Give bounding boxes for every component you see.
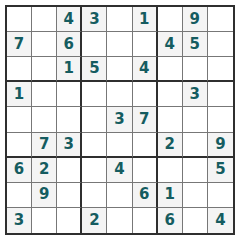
cell-r8c5[interactable] — [107, 183, 132, 208]
cell-r4c6[interactable] — [133, 82, 158, 107]
cell-r1c3[interactable]: 4 — [57, 7, 82, 32]
cell-r2c5[interactable] — [107, 32, 132, 57]
cell-r1c1[interactable] — [7, 7, 32, 32]
cell-r4c9[interactable] — [208, 82, 233, 107]
cell-r5c8[interactable] — [183, 107, 208, 132]
sudoku-page: 431976451541337732962459613264 — [0, 0, 240, 240]
cell-r4c2[interactable] — [32, 82, 57, 107]
cell-r6c4[interactable] — [82, 133, 107, 158]
cell-r6c7[interactable]: 2 — [158, 133, 183, 158]
cell-r9c9[interactable]: 4 — [208, 208, 233, 233]
cell-r7c5[interactable]: 4 — [107, 158, 132, 183]
cell-r2c3[interactable]: 6 — [57, 32, 82, 57]
cell-r7c8[interactable] — [183, 158, 208, 183]
cell-r4c8[interactable]: 3 — [183, 82, 208, 107]
cell-r6c8[interactable] — [183, 133, 208, 158]
cell-r5c6[interactable]: 7 — [133, 107, 158, 132]
cell-r8c2[interactable]: 9 — [32, 183, 57, 208]
cell-r4c5[interactable] — [107, 82, 132, 107]
cell-r4c4[interactable] — [82, 82, 107, 107]
cell-r8c3[interactable] — [57, 183, 82, 208]
cell-r1c4[interactable]: 3 — [82, 7, 107, 32]
cell-r2c9[interactable] — [208, 32, 233, 57]
cell-r7c9[interactable]: 5 — [208, 158, 233, 183]
cell-r7c6[interactable] — [133, 158, 158, 183]
cell-r6c1[interactable] — [7, 133, 32, 158]
cell-r4c3[interactable] — [57, 82, 82, 107]
cell-r5c3[interactable] — [57, 107, 82, 132]
cell-r2c1[interactable]: 7 — [7, 32, 32, 57]
cell-r3c8[interactable] — [183, 57, 208, 82]
cell-r4c1[interactable]: 1 — [7, 82, 32, 107]
cell-r6c3[interactable]: 3 — [57, 133, 82, 158]
cell-r5c4[interactable] — [82, 107, 107, 132]
cell-r9c1[interactable]: 3 — [7, 208, 32, 233]
cell-r6c2[interactable]: 7 — [32, 133, 57, 158]
sudoku-board: 431976451541337732962459613264 — [5, 5, 235, 235]
cell-r5c2[interactable] — [32, 107, 57, 132]
cell-r8c4[interactable] — [82, 183, 107, 208]
cell-r5c5[interactable]: 3 — [107, 107, 132, 132]
cell-r8c9[interactable] — [208, 183, 233, 208]
cell-r9c4[interactable]: 2 — [82, 208, 107, 233]
cell-r7c3[interactable] — [57, 158, 82, 183]
cell-r3c2[interactable] — [32, 57, 57, 82]
cell-r9c2[interactable] — [32, 208, 57, 233]
cell-r1c6[interactable]: 1 — [133, 7, 158, 32]
cell-r9c7[interactable]: 6 — [158, 208, 183, 233]
cell-r1c9[interactable] — [208, 7, 233, 32]
cell-r9c3[interactable] — [57, 208, 82, 233]
cell-r7c4[interactable] — [82, 158, 107, 183]
cell-r3c9[interactable] — [208, 57, 233, 82]
cell-r8c1[interactable] — [7, 183, 32, 208]
cell-r9c5[interactable] — [107, 208, 132, 233]
cell-r9c6[interactable] — [133, 208, 158, 233]
cell-r2c4[interactable] — [82, 32, 107, 57]
cell-r4c7[interactable] — [158, 82, 183, 107]
cell-r7c1[interactable]: 6 — [7, 158, 32, 183]
cell-r1c7[interactable] — [158, 7, 183, 32]
cell-r3c6[interactable]: 4 — [133, 57, 158, 82]
cell-r7c7[interactable] — [158, 158, 183, 183]
cell-r5c9[interactable] — [208, 107, 233, 132]
cell-r2c2[interactable] — [32, 32, 57, 57]
cell-r2c7[interactable]: 4 — [158, 32, 183, 57]
cell-r2c8[interactable]: 5 — [183, 32, 208, 57]
cell-r8c8[interactable] — [183, 183, 208, 208]
cell-r1c8[interactable]: 9 — [183, 7, 208, 32]
cell-r9c8[interactable] — [183, 208, 208, 233]
cell-r3c1[interactable] — [7, 57, 32, 82]
cell-r6c9[interactable]: 9 — [208, 133, 233, 158]
cell-r3c5[interactable] — [107, 57, 132, 82]
cell-r2c6[interactable] — [133, 32, 158, 57]
cell-r6c6[interactable] — [133, 133, 158, 158]
cell-r1c5[interactable] — [107, 7, 132, 32]
cell-r1c2[interactable] — [32, 7, 57, 32]
cell-r5c1[interactable] — [7, 107, 32, 132]
cell-r8c6[interactable]: 6 — [133, 183, 158, 208]
cell-r8c7[interactable]: 1 — [158, 183, 183, 208]
cell-r7c2[interactable]: 2 — [32, 158, 57, 183]
cell-r6c5[interactable] — [107, 133, 132, 158]
cell-r3c4[interactable]: 5 — [82, 57, 107, 82]
cell-r3c7[interactable] — [158, 57, 183, 82]
cell-r3c3[interactable]: 1 — [57, 57, 82, 82]
cell-r5c7[interactable] — [158, 107, 183, 132]
